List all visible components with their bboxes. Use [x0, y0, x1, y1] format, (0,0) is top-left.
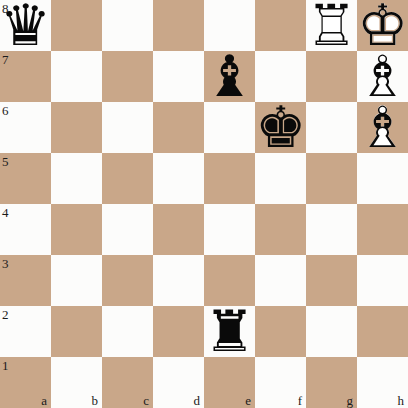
file-label-h: h [398, 394, 405, 407]
square-g8[interactable]: ♜♖ [306, 0, 357, 51]
rank-label-1: 1 [2, 359, 9, 372]
square-h4[interactable] [357, 204, 408, 255]
rank-label-6: 6 [2, 104, 9, 117]
rank-label-7: 7 [2, 53, 9, 66]
square-a5[interactable]: 5 [0, 153, 51, 204]
square-f5[interactable] [255, 153, 306, 204]
square-e5[interactable] [204, 153, 255, 204]
piece-black-king: ♚ [255, 102, 306, 153]
square-a8[interactable]: 8♛ [0, 0, 51, 51]
piece-black-bishop: ♝ [204, 51, 255, 102]
square-f1[interactable]: f [255, 357, 306, 408]
square-c4[interactable] [102, 204, 153, 255]
square-e2[interactable]: ♜ [204, 306, 255, 357]
piece-white-rook: ♜♖ [306, 0, 357, 51]
square-g1[interactable]: g [306, 357, 357, 408]
square-h5[interactable] [357, 153, 408, 204]
square-b7[interactable] [51, 51, 102, 102]
square-a1[interactable]: 1a [0, 357, 51, 408]
square-d2[interactable] [153, 306, 204, 357]
square-c2[interactable] [102, 306, 153, 357]
square-e1[interactable]: e [204, 357, 255, 408]
piece-black-rook: ♜ [204, 306, 255, 357]
square-g6[interactable] [306, 102, 357, 153]
square-g2[interactable] [306, 306, 357, 357]
square-a4[interactable]: 4 [0, 204, 51, 255]
rank-label-3: 3 [2, 257, 9, 270]
square-d4[interactable] [153, 204, 204, 255]
square-a3[interactable]: 3 [0, 255, 51, 306]
file-label-b: b [92, 394, 99, 407]
square-c5[interactable] [102, 153, 153, 204]
square-a6[interactable]: 6 [0, 102, 51, 153]
square-g4[interactable] [306, 204, 357, 255]
square-b8[interactable] [51, 0, 102, 51]
square-c8[interactable] [102, 0, 153, 51]
chess-board: 8♛♜♖♚♔7♝♝♗6♚♝♗5432♜1abcdefgh [0, 0, 408, 408]
square-d6[interactable] [153, 102, 204, 153]
piece-outline-layer: ♖ [306, 0, 357, 51]
file-label-g: g [347, 394, 354, 407]
square-g7[interactable] [306, 51, 357, 102]
square-g3[interactable] [306, 255, 357, 306]
square-e6[interactable] [204, 102, 255, 153]
file-label-d: d [194, 394, 201, 407]
square-c6[interactable] [102, 102, 153, 153]
square-h6[interactable]: ♝♗ [357, 102, 408, 153]
rank-label-5: 5 [2, 155, 9, 168]
square-h2[interactable] [357, 306, 408, 357]
square-d5[interactable] [153, 153, 204, 204]
rank-label-8: 8 [2, 2, 9, 15]
square-d8[interactable] [153, 0, 204, 51]
square-f2[interactable] [255, 306, 306, 357]
file-label-e: e [245, 394, 251, 407]
rank-label-2: 2 [2, 308, 9, 321]
square-b5[interactable] [51, 153, 102, 204]
square-e4[interactable] [204, 204, 255, 255]
square-f6[interactable]: ♚ [255, 102, 306, 153]
square-c3[interactable] [102, 255, 153, 306]
square-f3[interactable] [255, 255, 306, 306]
square-c7[interactable] [102, 51, 153, 102]
square-a7[interactable]: 7 [0, 51, 51, 102]
square-g5[interactable] [306, 153, 357, 204]
file-label-c: c [143, 394, 149, 407]
square-b6[interactable] [51, 102, 102, 153]
file-label-a: a [41, 394, 47, 407]
piece-outline-layer: ♗ [357, 102, 408, 153]
square-b3[interactable] [51, 255, 102, 306]
piece-white-bishop: ♝♗ [357, 102, 408, 153]
square-a2[interactable]: 2 [0, 306, 51, 357]
square-h1[interactable]: h [357, 357, 408, 408]
square-d3[interactable] [153, 255, 204, 306]
square-d1[interactable]: d [153, 357, 204, 408]
square-b1[interactable]: b [51, 357, 102, 408]
rank-label-4: 4 [2, 206, 9, 219]
file-label-f: f [298, 394, 302, 407]
square-b2[interactable] [51, 306, 102, 357]
square-d7[interactable] [153, 51, 204, 102]
square-f8[interactable] [255, 0, 306, 51]
square-h3[interactable] [357, 255, 408, 306]
square-c1[interactable]: c [102, 357, 153, 408]
square-e7[interactable]: ♝ [204, 51, 255, 102]
square-b4[interactable] [51, 204, 102, 255]
square-f4[interactable] [255, 204, 306, 255]
